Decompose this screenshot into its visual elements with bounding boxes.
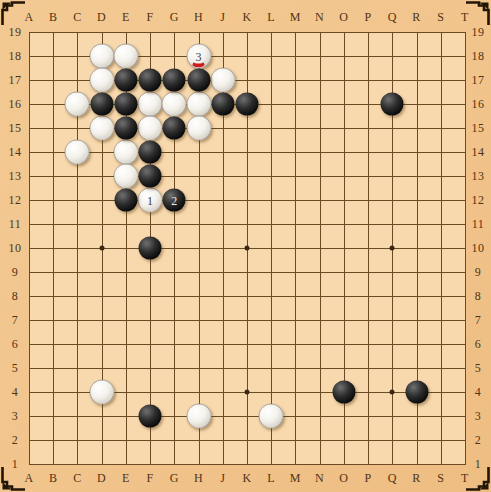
row-label-right-2: 2 [475,433,482,448]
move-number-label: 1 [147,194,153,206]
column-label-bottom-G: G [170,471,179,486]
white-stone-F15[interactable] [138,116,163,141]
column-label-bottom-S: S [437,471,444,486]
row-label-left-11: 11 [9,217,22,232]
row-label-left-9: 9 [12,265,19,280]
grid-line-vertical [271,32,272,465]
row-label-left-6: 6 [12,337,19,352]
star-point-Q10 [390,246,395,251]
black-stone-F14[interactable] [139,141,162,164]
grid-line-horizontal [29,464,466,465]
row-label-right-9: 9 [475,265,482,280]
grid-line-vertical [465,32,466,465]
white-stone-D18[interactable] [89,44,114,69]
row-label-left-14: 14 [9,145,22,160]
grid-line-horizontal [29,320,466,321]
grid-line-vertical [295,32,296,465]
grid-line-horizontal [29,344,466,345]
white-stone-F12[interactable]: 1 [138,188,163,213]
grid-line-horizontal [29,368,466,369]
white-stone-F16[interactable] [138,92,163,117]
white-stone-E13[interactable] [113,164,138,189]
row-label-right-5: 5 [475,361,482,376]
grid-line-vertical [368,32,369,465]
column-label-bottom-T: T [461,471,469,486]
row-label-left-2: 2 [12,433,19,448]
column-label-bottom-C: C [73,471,82,486]
row-label-right-10: 10 [472,241,485,256]
row-label-right-8: 8 [475,289,482,304]
black-stone-F17[interactable] [139,69,162,92]
white-stone-D4[interactable] [89,380,114,405]
black-stone-F3[interactable] [139,405,162,428]
column-label-bottom-M: M [290,471,301,486]
black-stone-F10[interactable] [139,237,162,260]
white-stone-E18[interactable] [113,44,138,69]
row-label-right-19: 19 [472,25,485,40]
grid-line-horizontal [29,416,466,417]
black-stone-E17[interactable] [114,69,137,92]
column-label-bottom-D: D [97,471,106,486]
row-label-left-8: 8 [12,289,19,304]
column-label-top-B: B [49,10,58,25]
black-stone-R4[interactable] [405,381,428,404]
row-label-left-17: 17 [9,73,22,88]
star-point-Q4 [390,390,395,395]
white-stone-J17[interactable] [210,68,235,93]
column-label-bottom-O: O [339,471,348,486]
column-label-bottom-P: P [365,471,372,486]
black-stone-E12[interactable] [114,189,137,212]
column-label-top-K: K [242,10,251,25]
column-label-bottom-N: N [315,471,324,486]
row-label-left-5: 5 [12,361,19,376]
column-label-top-C: C [73,10,82,25]
row-label-right-17: 17 [472,73,485,88]
white-stone-L3[interactable] [259,404,284,429]
move-number-label: 3 [196,50,202,62]
column-label-top-A: A [24,10,33,25]
column-label-bottom-H: H [194,471,203,486]
grid-line-vertical [320,32,321,465]
black-stone-E16[interactable] [114,93,137,116]
row-label-right-15: 15 [472,121,485,136]
black-stone-Q16[interactable] [381,93,404,116]
black-stone-J16[interactable] [211,93,234,116]
row-label-right-11: 11 [472,217,485,232]
column-label-bottom-B: B [49,471,58,486]
row-label-left-19: 19 [9,25,22,40]
row-label-left-13: 13 [9,169,22,184]
black-stone-G12[interactable]: 2 [163,189,186,212]
row-label-right-6: 6 [475,337,482,352]
row-label-right-13: 13 [472,169,485,184]
row-label-right-18: 18 [472,49,485,64]
star-point-K4 [245,390,250,395]
white-stone-G16[interactable] [162,92,187,117]
row-label-left-12: 12 [9,193,22,208]
white-stone-H18[interactable]: 3 [186,44,211,69]
black-stone-G15[interactable] [163,117,186,140]
grid-line-horizontal [29,296,466,297]
row-label-left-3: 3 [12,409,19,424]
column-label-top-J: J [220,10,225,25]
column-label-top-H: H [194,10,203,25]
row-label-right-1: 1 [475,457,482,472]
black-stone-D16[interactable] [90,93,113,116]
white-stone-H3[interactable] [186,404,211,429]
column-label-bottom-A: A [24,471,33,486]
column-label-top-P: P [365,10,372,25]
grid-line-vertical [441,32,442,465]
go-board: AABBCCDDEEFFGGHHJJKKLLMMNNOOPPQQRRSSTT19… [0,0,491,492]
column-label-top-T: T [461,10,469,25]
column-label-top-L: L [267,10,275,25]
white-stone-D15[interactable] [89,116,114,141]
column-label-top-S: S [437,10,444,25]
column-label-top-M: M [290,10,301,25]
row-label-right-3: 3 [475,409,482,424]
black-stone-K16[interactable] [236,93,259,116]
row-label-left-10: 10 [9,241,22,256]
column-label-top-N: N [315,10,324,25]
row-label-left-15: 15 [9,121,22,136]
white-stone-C14[interactable] [65,140,90,165]
row-label-right-4: 4 [475,385,482,400]
grid-line-horizontal [29,272,466,273]
black-stone-O4[interactable] [332,381,355,404]
column-label-top-E: E [122,10,130,25]
white-stone-H16[interactable] [186,92,211,117]
row-label-right-16: 16 [472,97,485,112]
row-label-right-14: 14 [472,145,485,160]
column-label-top-Q: Q [388,10,397,25]
white-stone-H15[interactable] [186,116,211,141]
column-label-bottom-J: J [220,471,225,486]
white-stone-C16[interactable] [65,92,90,117]
column-label-top-O: O [339,10,348,25]
column-label-bottom-R: R [412,471,421,486]
white-stone-D17[interactable] [89,68,114,93]
star-point-K10 [245,246,250,251]
column-label-bottom-L: L [267,471,275,486]
column-label-bottom-Q: Q [388,471,397,486]
star-point-D10 [99,246,104,251]
row-label-left-7: 7 [12,313,19,328]
black-stone-F13[interactable] [139,165,162,188]
row-label-left-1: 1 [12,457,19,472]
row-label-right-7: 7 [475,313,482,328]
column-label-top-R: R [412,10,421,25]
white-stone-E14[interactable] [113,140,138,165]
row-label-left-4: 4 [12,385,19,400]
row-label-left-18: 18 [9,49,22,64]
frame-corner-ornament-top-left [0,0,26,26]
column-label-top-G: G [170,10,179,25]
black-stone-G17[interactable] [163,69,186,92]
row-label-right-12: 12 [472,193,485,208]
grid-line-horizontal [29,440,466,441]
column-label-bottom-K: K [242,471,251,486]
black-stone-E15[interactable] [114,117,137,140]
move-number-label: 2 [171,194,177,206]
column-label-top-F: F [147,10,154,25]
row-label-left-16: 16 [9,97,22,112]
column-label-top-D: D [97,10,106,25]
column-label-bottom-E: E [122,471,130,486]
column-label-bottom-F: F [147,471,154,486]
black-stone-H17[interactable] [187,69,210,92]
